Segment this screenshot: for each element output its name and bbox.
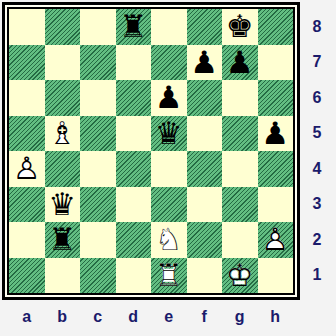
square-f2[interactable] (187, 222, 223, 258)
square-g3[interactable] (222, 187, 258, 223)
square-a3[interactable] (9, 187, 45, 223)
square-e8[interactable] (151, 9, 187, 45)
square-g7[interactable]: ♟ (222, 45, 258, 81)
square-g4[interactable] (222, 151, 258, 187)
file-label-f: f (187, 300, 223, 334)
square-e7[interactable] (151, 45, 187, 81)
chess-board-frame: ♜♚♟♟♟♝♗♛♟♟♙♛♜♞♘♟♙♜♖♚♔ (2, 2, 300, 300)
square-d2[interactable] (116, 222, 152, 258)
piece-black-king[interactable]: ♚ (222, 9, 258, 45)
rank-label-3: 3 (300, 187, 334, 223)
piece-white-king[interactable]: ♚♔ (222, 258, 258, 294)
file-label-c: c (80, 300, 116, 334)
rank-label-5: 5 (300, 116, 334, 152)
rank-label-8: 8 (300, 9, 334, 45)
square-f3[interactable] (187, 187, 223, 223)
square-a6[interactable] (9, 80, 45, 116)
piece-black-queen[interactable]: ♛ (151, 116, 187, 152)
square-a2[interactable] (9, 222, 45, 258)
piece-black-pawn[interactable]: ♟ (258, 116, 294, 152)
piece-black-pawn[interactable]: ♟ (222, 45, 258, 81)
square-d7[interactable] (116, 45, 152, 81)
square-e1[interactable]: ♜♖ (151, 258, 187, 294)
square-b6[interactable] (45, 80, 81, 116)
square-f6[interactable] (187, 80, 223, 116)
square-g8[interactable]: ♚ (222, 9, 258, 45)
square-h4[interactable] (258, 151, 294, 187)
rank-labels: 87654321 (300, 9, 334, 293)
square-c4[interactable] (80, 151, 116, 187)
square-d4[interactable] (116, 151, 152, 187)
rank-label-1: 1 (300, 258, 334, 294)
square-h5[interactable]: ♟ (258, 116, 294, 152)
square-c7[interactable] (80, 45, 116, 81)
square-g5[interactable] (222, 116, 258, 152)
square-b5[interactable]: ♝♗ (45, 116, 81, 152)
square-a4[interactable]: ♟♙ (9, 151, 45, 187)
square-e6[interactable]: ♟ (151, 80, 187, 116)
chess-board: ♜♚♟♟♟♝♗♛♟♟♙♛♜♞♘♟♙♜♖♚♔ (9, 9, 293, 293)
square-h8[interactable] (258, 9, 294, 45)
square-d5[interactable] (116, 116, 152, 152)
square-h7[interactable] (258, 45, 294, 81)
file-label-e: e (151, 300, 187, 334)
square-d8[interactable]: ♜ (116, 9, 152, 45)
square-f1[interactable] (187, 258, 223, 294)
file-labels: abcdefgh (9, 300, 293, 334)
square-b2[interactable]: ♜ (45, 222, 81, 258)
square-a7[interactable] (9, 45, 45, 81)
square-e3[interactable] (151, 187, 187, 223)
square-b8[interactable] (45, 9, 81, 45)
square-e2[interactable]: ♞♘ (151, 222, 187, 258)
square-c2[interactable] (80, 222, 116, 258)
file-label-b: b (45, 300, 81, 334)
file-label-d: d (116, 300, 152, 334)
piece-white-pawn[interactable]: ♟♙ (9, 151, 45, 187)
rank-label-2: 2 (300, 222, 334, 258)
square-b4[interactable] (45, 151, 81, 187)
chess-board-inner-frame: ♜♚♟♟♟♝♗♛♟♟♙♛♜♞♘♟♙♜♖♚♔ (7, 7, 295, 295)
rank-label-6: 6 (300, 80, 334, 116)
square-g6[interactable] (222, 80, 258, 116)
square-f7[interactable]: ♟ (187, 45, 223, 81)
piece-black-rook[interactable]: ♜ (45, 222, 81, 258)
square-g2[interactable] (222, 222, 258, 258)
square-c6[interactable] (80, 80, 116, 116)
piece-white-pawn[interactable]: ♟♙ (258, 222, 294, 258)
square-h1[interactable] (258, 258, 294, 294)
square-d1[interactable] (116, 258, 152, 294)
rank-label-7: 7 (300, 45, 334, 81)
square-h3[interactable] (258, 187, 294, 223)
file-label-a: a (9, 300, 45, 334)
piece-black-pawn[interactable]: ♟ (187, 45, 223, 81)
rank-label-4: 4 (300, 151, 334, 187)
square-c5[interactable] (80, 116, 116, 152)
square-c3[interactable] (80, 187, 116, 223)
square-h6[interactable] (258, 80, 294, 116)
square-d3[interactable] (116, 187, 152, 223)
piece-white-bishop[interactable]: ♝♗ (45, 116, 81, 152)
square-b1[interactable] (45, 258, 81, 294)
square-f5[interactable] (187, 116, 223, 152)
square-e4[interactable] (151, 151, 187, 187)
piece-black-rook[interactable]: ♜ (116, 9, 152, 45)
square-b3[interactable]: ♛ (45, 187, 81, 223)
square-b7[interactable] (45, 45, 81, 81)
square-e5[interactable]: ♛ (151, 116, 187, 152)
square-a8[interactable] (9, 9, 45, 45)
square-f8[interactable] (187, 9, 223, 45)
file-label-g: g (222, 300, 258, 334)
square-c8[interactable] (80, 9, 116, 45)
square-a5[interactable] (9, 116, 45, 152)
square-d6[interactable] (116, 80, 152, 116)
square-c1[interactable] (80, 258, 116, 294)
piece-black-queen[interactable]: ♛ (45, 187, 81, 223)
piece-white-knight[interactable]: ♞♘ (151, 222, 187, 258)
square-a1[interactable] (9, 258, 45, 294)
square-f4[interactable] (187, 151, 223, 187)
piece-white-rook[interactable]: ♜♖ (151, 258, 187, 294)
square-h2[interactable]: ♟♙ (258, 222, 294, 258)
square-g1[interactable]: ♚♔ (222, 258, 258, 294)
file-label-h: h (258, 300, 294, 334)
piece-black-pawn[interactable]: ♟ (151, 80, 187, 116)
